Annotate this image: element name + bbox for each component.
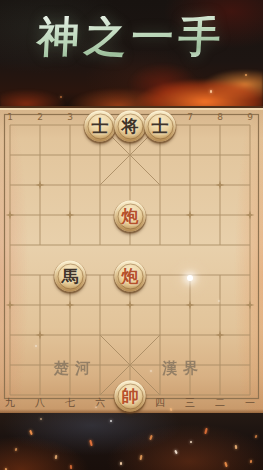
xiangqi-board[interactable]: 123456789 九八七六五四三二一 楚河 漢界 [0,106,263,413]
red-cannon-glyph: 炮 [122,208,139,225]
ember-particle [95,406,97,408]
file-label-bottom-9: 九 [5,398,15,408]
red-cannon-glyph: 炮 [122,268,139,285]
river-label-left: 楚河 [54,359,96,378]
piece-red-general[interactable]: 帥 [115,381,146,412]
file-label-top-3: 3 [67,113,73,122]
file-label-bottom-3: 三 [185,398,195,408]
file-label-top-7: 7 [187,113,193,122]
piece-red-cannon[interactable]: 炮 [115,201,146,232]
glow-particle [187,275,193,281]
ember-particle [245,74,247,76]
ember-particle [218,300,220,302]
piece-black-advisor[interactable]: 士 [145,111,176,142]
file-label-bottom-7: 七 [65,398,75,408]
file-label-bottom-2: 二 [215,398,225,408]
red-general-glyph: 帥 [122,388,139,405]
ember-particle [150,370,152,372]
ember-particle [35,345,37,347]
piece-black-general[interactable]: 将 [115,111,146,142]
ember-particle [110,420,112,422]
game-screen: 神之一手 123456789 九八七六五四三二一 楚河 漢界 士将士炮馬炮帥 [0,0,263,470]
file-label-top-8: 8 [217,113,223,122]
piece-black-horse[interactable]: 馬 [55,261,86,292]
river-label-right: 漢界 [162,359,204,378]
page-title: 神之一手 [0,16,263,58]
file-label-bottom-4: 四 [155,398,165,408]
black-horse-glyph: 馬 [62,268,79,285]
ember-particle [210,90,212,93]
ember-particle [70,465,72,469]
ember-particle [190,441,192,443]
ember-particle [250,460,252,463]
black-advisor-glyph: 士 [152,118,169,135]
ember-particle [60,96,62,98]
black-advisor-glyph: 士 [92,118,109,135]
ember-particle [235,445,238,449]
file-label-bottom-8: 八 [35,398,45,408]
flame-band [0,56,263,108]
file-label-top-9: 9 [247,113,253,122]
piece-black-advisor[interactable]: 士 [85,111,116,142]
file-label-top-1: 1 [7,113,13,122]
ember-particle [120,462,122,465]
black-general-glyph: 将 [122,118,139,135]
file-label-bottom-1: 一 [245,398,255,408]
file-label-top-2: 2 [37,113,43,122]
ember-particle [40,418,42,420]
piece-red-cannon[interactable]: 炮 [115,261,146,292]
